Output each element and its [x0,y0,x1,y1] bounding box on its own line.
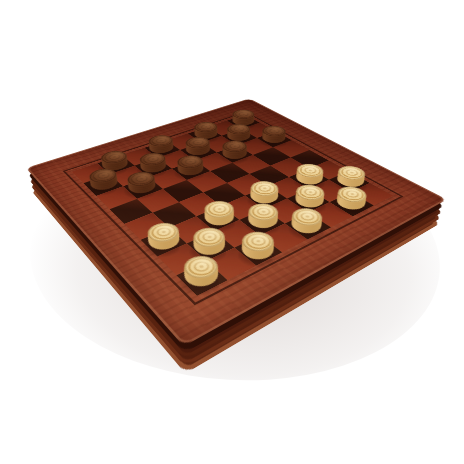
dark-checker-h6[interactable] [258,132,290,147]
dark-checker-a7[interactable] [87,175,123,194]
light-checker-e1[interactable] [286,214,328,238]
checkers-product-scene [0,0,464,464]
light-checker-d2[interactable] [242,209,283,233]
light-checker-a3[interactable] [143,229,185,255]
dark-checker-b6[interactable] [124,178,160,198]
dark-checker-f6[interactable] [218,146,251,162]
dark-checker-d6[interactable] [173,161,208,179]
light-checker-g1[interactable] [331,193,371,215]
light-checker-c1[interactable] [236,238,280,266]
light-checker-a1[interactable] [178,262,224,293]
